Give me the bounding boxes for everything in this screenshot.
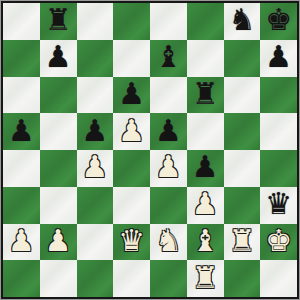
square-f4[interactable]: ♟ (187, 150, 224, 187)
square-g5[interactable] (224, 113, 261, 150)
piece-black-pawn: ♟ (8, 116, 35, 146)
piece-black-rook: ♜ (45, 5, 72, 35)
square-b3[interactable] (40, 187, 77, 224)
square-a7[interactable] (3, 40, 40, 77)
square-a3[interactable] (3, 187, 40, 224)
piece-black-knight: ♞ (228, 5, 255, 35)
square-h5[interactable] (260, 113, 297, 150)
square-d6[interactable]: ♟ (113, 77, 150, 114)
chess-board: ♜♞♚♟♝♟♟♜♟♟♟♟♟♟♟♟♛♟♟♛♞♝♜♚♜ (3, 3, 297, 297)
piece-white-queen: ♛ (118, 226, 145, 256)
square-c2[interactable] (77, 224, 114, 261)
square-c4[interactable]: ♟ (77, 150, 114, 187)
square-h2[interactable]: ♚ (260, 224, 297, 261)
piece-black-queen: ♛ (265, 189, 292, 219)
square-g1[interactable] (224, 260, 261, 297)
square-b8[interactable]: ♜ (40, 3, 77, 40)
square-a4[interactable] (3, 150, 40, 187)
piece-white-pawn: ♟ (192, 189, 219, 219)
square-a5[interactable]: ♟ (3, 113, 40, 150)
square-f5[interactable] (187, 113, 224, 150)
piece-white-rook: ♜ (192, 263, 219, 293)
square-b4[interactable] (40, 150, 77, 187)
square-a1[interactable] (3, 260, 40, 297)
square-d8[interactable] (113, 3, 150, 40)
square-c1[interactable] (77, 260, 114, 297)
square-e5[interactable]: ♟ (150, 113, 187, 150)
square-c7[interactable] (77, 40, 114, 77)
square-b7[interactable]: ♟ (40, 40, 77, 77)
square-f3[interactable]: ♟ (187, 187, 224, 224)
square-d4[interactable] (113, 150, 150, 187)
square-d5[interactable]: ♟ (113, 113, 150, 150)
square-d3[interactable] (113, 187, 150, 224)
square-e7[interactable]: ♝ (150, 40, 187, 77)
square-g3[interactable] (224, 187, 261, 224)
square-c5[interactable]: ♟ (77, 113, 114, 150)
square-a6[interactable] (3, 77, 40, 114)
square-d2[interactable]: ♛ (113, 224, 150, 261)
piece-black-pawn: ♟ (265, 42, 292, 72)
piece-white-rook: ♜ (228, 226, 255, 256)
piece-black-rook: ♜ (192, 79, 219, 109)
square-f2[interactable]: ♝ (187, 224, 224, 261)
piece-black-pawn: ♟ (81, 116, 108, 146)
square-e8[interactable] (150, 3, 187, 40)
square-d1[interactable] (113, 260, 150, 297)
piece-white-knight: ♞ (155, 226, 182, 256)
piece-white-pawn: ♟ (155, 152, 182, 182)
square-b2[interactable]: ♟ (40, 224, 77, 261)
square-b5[interactable] (40, 113, 77, 150)
square-e3[interactable] (150, 187, 187, 224)
square-h8[interactable]: ♚ (260, 3, 297, 40)
square-f7[interactable] (187, 40, 224, 77)
piece-black-bishop: ♝ (155, 42, 182, 72)
square-g2[interactable]: ♜ (224, 224, 261, 261)
piece-black-king: ♚ (265, 5, 292, 35)
square-b1[interactable] (40, 260, 77, 297)
chess-board-frame: ♜♞♚♟♝♟♟♜♟♟♟♟♟♟♟♟♛♟♟♛♞♝♜♚♜ (0, 0, 300, 300)
square-g4[interactable] (224, 150, 261, 187)
piece-white-king: ♚ (265, 226, 292, 256)
piece-white-pawn: ♟ (45, 226, 72, 256)
square-b6[interactable] (40, 77, 77, 114)
square-h7[interactable]: ♟ (260, 40, 297, 77)
square-a2[interactable]: ♟ (3, 224, 40, 261)
square-g7[interactable] (224, 40, 261, 77)
square-c3[interactable] (77, 187, 114, 224)
square-h6[interactable] (260, 77, 297, 114)
square-e1[interactable] (150, 260, 187, 297)
square-e6[interactable] (150, 77, 187, 114)
square-e2[interactable]: ♞ (150, 224, 187, 261)
square-g6[interactable] (224, 77, 261, 114)
square-c8[interactable] (77, 3, 114, 40)
piece-black-pawn: ♟ (192, 152, 219, 182)
square-f6[interactable]: ♜ (187, 77, 224, 114)
square-h3[interactable]: ♛ (260, 187, 297, 224)
piece-black-pawn: ♟ (45, 42, 72, 72)
square-c6[interactable] (77, 77, 114, 114)
square-f8[interactable] (187, 3, 224, 40)
piece-white-pawn: ♟ (81, 152, 108, 182)
square-e4[interactable]: ♟ (150, 150, 187, 187)
piece-black-pawn: ♟ (155, 116, 182, 146)
square-f1[interactable]: ♜ (187, 260, 224, 297)
square-g8[interactable]: ♞ (224, 3, 261, 40)
square-h4[interactable] (260, 150, 297, 187)
piece-white-bishop: ♝ (192, 226, 219, 256)
piece-white-pawn: ♟ (8, 226, 35, 256)
square-h1[interactable] (260, 260, 297, 297)
square-a8[interactable] (3, 3, 40, 40)
square-d7[interactable] (113, 40, 150, 77)
piece-black-pawn: ♟ (118, 79, 145, 109)
piece-white-pawn: ♟ (118, 116, 145, 146)
